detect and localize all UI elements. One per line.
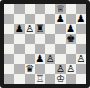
black-pawn: ♟	[35, 54, 44, 64]
square-h8	[76, 4, 86, 14]
square-e1	[45, 74, 55, 84]
square-c3	[25, 54, 35, 64]
chess-diagram: ♕♟♟♟♙♜♟♚♟♙♙♛♙♙♖♔	[0, 0, 90, 88]
black-rook: ♜	[35, 24, 44, 34]
square-a1	[4, 74, 14, 84]
black-pawn: ♟	[56, 14, 65, 24]
square-g4	[66, 44, 76, 54]
square-e8	[45, 4, 55, 14]
square-d5	[35, 34, 45, 44]
square-g5: ♚	[66, 34, 76, 44]
square-b6: ♟	[14, 24, 24, 34]
square-e6	[45, 24, 55, 34]
square-a7	[4, 14, 14, 24]
square-f8: ♕	[55, 4, 65, 14]
square-c5	[25, 34, 35, 44]
white-rook: ♖	[35, 74, 44, 84]
black-pawn: ♟	[66, 24, 75, 34]
white-queen: ♕	[56, 4, 65, 14]
square-c4	[25, 44, 35, 54]
square-f7: ♟	[55, 14, 65, 24]
black-pawn: ♟	[15, 24, 24, 34]
black-queen: ♛	[25, 64, 34, 74]
square-b3	[14, 54, 24, 64]
white-pawn: ♙	[66, 64, 75, 74]
square-b4	[14, 44, 24, 54]
square-f4	[55, 44, 65, 54]
white-pawn: ♙	[46, 54, 55, 64]
square-c6: ♙	[25, 24, 35, 34]
square-d3: ♟	[35, 54, 45, 64]
square-f5	[55, 34, 65, 44]
white-pawn: ♙	[25, 24, 34, 34]
square-h5	[76, 34, 86, 44]
square-h1	[76, 74, 86, 84]
square-a3	[4, 54, 14, 64]
square-g6: ♟	[66, 24, 76, 34]
square-h6	[76, 24, 86, 34]
square-f3	[55, 54, 65, 64]
black-king: ♚	[66, 34, 75, 44]
square-g7	[66, 14, 76, 24]
square-f1: ♔	[55, 74, 65, 84]
square-e2	[45, 64, 55, 74]
square-h4	[76, 44, 86, 54]
square-a8	[4, 4, 14, 14]
square-d8	[35, 4, 45, 14]
square-d1: ♖	[35, 74, 45, 84]
square-d2	[35, 64, 45, 74]
square-h3: ♙	[76, 54, 86, 64]
square-b5	[14, 34, 24, 44]
square-d7	[35, 14, 45, 24]
square-a4	[4, 44, 14, 54]
square-c1	[25, 74, 35, 84]
square-h7: ♟	[76, 14, 86, 24]
square-b2	[14, 64, 24, 74]
square-g1	[66, 74, 76, 84]
square-c8	[25, 4, 35, 14]
square-a5	[4, 34, 14, 44]
white-pawn: ♙	[56, 64, 65, 74]
square-c2: ♛	[25, 64, 35, 74]
black-pawn: ♟	[76, 14, 85, 24]
square-f6	[55, 24, 65, 34]
square-g8	[66, 4, 76, 14]
square-a6	[4, 24, 14, 34]
white-pawn: ♙	[76, 54, 85, 64]
chess-board: ♕♟♟♟♙♜♟♚♟♙♙♛♙♙♖♔	[4, 4, 86, 84]
square-d6: ♜	[35, 24, 45, 34]
square-g2: ♙	[66, 64, 76, 74]
square-e5	[45, 34, 55, 44]
square-d4	[35, 44, 45, 54]
square-a2	[4, 64, 14, 74]
square-g3	[66, 54, 76, 64]
square-b7	[14, 14, 24, 24]
square-b8	[14, 4, 24, 14]
square-c7	[25, 14, 35, 24]
white-king: ♔	[56, 74, 65, 84]
square-b1	[14, 74, 24, 84]
square-f2: ♙	[55, 64, 65, 74]
square-h2	[76, 64, 86, 74]
square-e3: ♙	[45, 54, 55, 64]
square-e7	[45, 14, 55, 24]
square-e4	[45, 44, 55, 54]
